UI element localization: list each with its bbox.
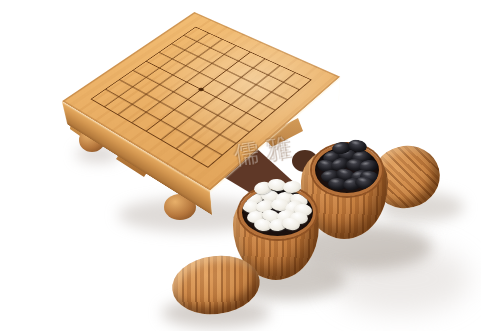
board-top-face [62, 12, 340, 191]
go-board [62, 12, 340, 191]
tengen-star-point [197, 87, 204, 92]
go-set-photo: 儒雅 [0, 0, 481, 331]
white-bowl-opening [239, 186, 316, 239]
